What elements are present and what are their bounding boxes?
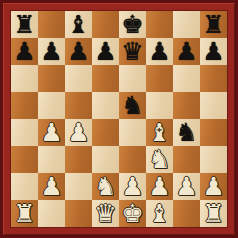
white-pawn-g2[interactable]: ♟ — [173, 173, 200, 200]
chess-board-frame: ♜♝♚♜♟♟♟♟♛♟♟♟♞♟♟♝♞♞♟♞♟♟♟♟♜♛♚♝♜ — [0, 0, 238, 238]
square-b8[interactable] — [38, 11, 65, 38]
square-a6[interactable] — [11, 65, 38, 92]
square-d7[interactable]: ♟ — [92, 38, 119, 65]
square-f4[interactable]: ♝ — [146, 119, 173, 146]
black-king-e8[interactable]: ♚ — [119, 11, 146, 38]
white-pawn-c4[interactable]: ♟ — [65, 119, 92, 146]
square-b5[interactable] — [38, 92, 65, 119]
square-b7[interactable]: ♟ — [38, 38, 65, 65]
square-e3[interactable] — [119, 146, 146, 173]
square-e1[interactable]: ♚ — [119, 200, 146, 227]
black-rook-h8[interactable]: ♜ — [200, 11, 227, 38]
black-bishop-c8[interactable]: ♝ — [65, 11, 92, 38]
square-b4[interactable]: ♟ — [38, 119, 65, 146]
square-d5[interactable] — [92, 92, 119, 119]
square-c3[interactable] — [65, 146, 92, 173]
square-f8[interactable] — [146, 11, 173, 38]
square-e5[interactable]: ♞ — [119, 92, 146, 119]
square-c4[interactable]: ♟ — [65, 119, 92, 146]
square-f5[interactable] — [146, 92, 173, 119]
square-h1[interactable]: ♜ — [200, 200, 227, 227]
square-e8[interactable]: ♚ — [119, 11, 146, 38]
square-f3[interactable]: ♞ — [146, 146, 173, 173]
black-pawn-f7[interactable]: ♟ — [146, 38, 173, 65]
square-h8[interactable]: ♜ — [200, 11, 227, 38]
square-h6[interactable] — [200, 65, 227, 92]
black-queen-e7[interactable]: ♛ — [119, 38, 146, 65]
square-c2[interactable] — [65, 173, 92, 200]
square-c5[interactable] — [65, 92, 92, 119]
black-rook-a8[interactable]: ♜ — [11, 11, 38, 38]
square-c1[interactable] — [65, 200, 92, 227]
square-f1[interactable]: ♝ — [146, 200, 173, 227]
square-h5[interactable] — [200, 92, 227, 119]
white-pawn-h2[interactable]: ♟ — [200, 173, 227, 200]
square-e4[interactable] — [119, 119, 146, 146]
chess-board: ♜♝♚♜♟♟♟♟♛♟♟♟♞♟♟♝♞♞♟♞♟♟♟♟♜♛♚♝♜ — [11, 11, 227, 227]
black-knight-g4[interactable]: ♞ — [173, 119, 200, 146]
square-f2[interactable]: ♟ — [146, 173, 173, 200]
black-pawn-c7[interactable]: ♟ — [65, 38, 92, 65]
square-h4[interactable] — [200, 119, 227, 146]
square-d2[interactable]: ♞ — [92, 173, 119, 200]
square-f7[interactable]: ♟ — [146, 38, 173, 65]
square-a3[interactable] — [11, 146, 38, 173]
square-a5[interactable] — [11, 92, 38, 119]
white-pawn-e2[interactable]: ♟ — [119, 173, 146, 200]
white-queen-d1[interactable]: ♛ — [92, 200, 119, 227]
square-b2[interactable]: ♟ — [38, 173, 65, 200]
square-g3[interactable] — [173, 146, 200, 173]
square-e7[interactable]: ♛ — [119, 38, 146, 65]
square-e2[interactable]: ♟ — [119, 173, 146, 200]
square-a7[interactable]: ♟ — [11, 38, 38, 65]
square-d8[interactable] — [92, 11, 119, 38]
black-pawn-b7[interactable]: ♟ — [38, 38, 65, 65]
square-c6[interactable] — [65, 65, 92, 92]
square-h3[interactable] — [200, 146, 227, 173]
square-h2[interactable]: ♟ — [200, 173, 227, 200]
chess-app: ♜♝♚♜♟♟♟♟♛♟♟♟♞♟♟♝♞♞♟♞♟♟♟♟♜♛♚♝♜ — [0, 0, 238, 238]
white-king-e1[interactable]: ♚ — [119, 200, 146, 227]
square-a4[interactable] — [11, 119, 38, 146]
square-a2[interactable] — [11, 173, 38, 200]
square-g6[interactable] — [173, 65, 200, 92]
white-rook-a1[interactable]: ♜ — [11, 200, 38, 227]
black-pawn-a7[interactable]: ♟ — [11, 38, 38, 65]
square-c8[interactable]: ♝ — [65, 11, 92, 38]
square-g5[interactable] — [173, 92, 200, 119]
square-c7[interactable]: ♟ — [65, 38, 92, 65]
white-bishop-f1[interactable]: ♝ — [146, 200, 173, 227]
square-a8[interactable]: ♜ — [11, 11, 38, 38]
square-g1[interactable] — [173, 200, 200, 227]
square-h7[interactable]: ♟ — [200, 38, 227, 65]
black-pawn-d7[interactable]: ♟ — [92, 38, 119, 65]
white-knight-d2[interactable]: ♞ — [92, 173, 119, 200]
white-pawn-f2[interactable]: ♟ — [146, 173, 173, 200]
square-e6[interactable] — [119, 65, 146, 92]
square-d1[interactable]: ♛ — [92, 200, 119, 227]
black-pawn-g7[interactable]: ♟ — [173, 38, 200, 65]
white-rook-h1[interactable]: ♜ — [200, 200, 227, 227]
black-knight-e5[interactable]: ♞ — [119, 92, 146, 119]
square-b6[interactable] — [38, 65, 65, 92]
black-pawn-h7[interactable]: ♟ — [200, 38, 227, 65]
white-knight-f3[interactable]: ♞ — [146, 146, 173, 173]
white-pawn-b4[interactable]: ♟ — [38, 119, 65, 146]
square-a1[interactable]: ♜ — [11, 200, 38, 227]
square-g2[interactable]: ♟ — [173, 173, 200, 200]
square-d6[interactable] — [92, 65, 119, 92]
square-f6[interactable] — [146, 65, 173, 92]
square-b3[interactable] — [38, 146, 65, 173]
square-g7[interactable]: ♟ — [173, 38, 200, 65]
square-g8[interactable] — [173, 11, 200, 38]
white-bishop-f4[interactable]: ♝ — [146, 119, 173, 146]
white-pawn-b2[interactable]: ♟ — [38, 173, 65, 200]
square-g4[interactable]: ♞ — [173, 119, 200, 146]
square-b1[interactable] — [38, 200, 65, 227]
square-d3[interactable] — [92, 146, 119, 173]
square-d4[interactable] — [92, 119, 119, 146]
